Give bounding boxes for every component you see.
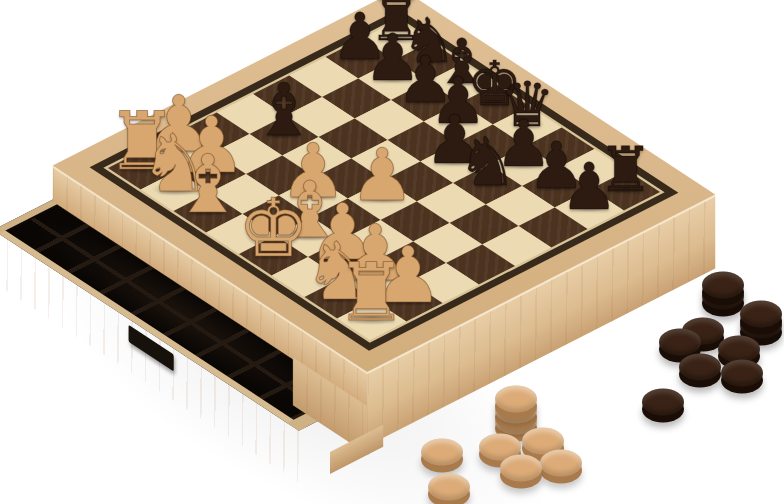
checker-dark-disc	[702, 272, 744, 299]
checker-dark-disc	[679, 354, 721, 381]
piece-white-rook-h1: ♜	[336, 253, 408, 333]
checker-light-disc	[428, 474, 470, 501]
piece-black-knight-f6: ♞	[457, 128, 517, 195]
checker-dark-disc	[721, 360, 763, 387]
piece-black-pawn-h7: ♟	[560, 155, 618, 220]
piece-white-bishop-c1: ♝	[172, 145, 244, 225]
checker-light-disc	[500, 455, 542, 482]
checker-dark-disc	[642, 389, 684, 416]
checker-dark-disc	[740, 301, 782, 328]
checker-dark-disc	[718, 336, 760, 363]
checker-light-disc	[495, 386, 537, 413]
piece-white-king-e1: ♚	[238, 188, 310, 268]
checker-light-disc	[421, 439, 463, 466]
chess-set-product-photo: ♜♞♝♚♛♜♟♟♟♟♟♟♟♟♞♝♟♟♟♟♝♟♟♟♜♞♝♚♞♜	[0, 0, 784, 504]
checker-dark-disc	[659, 329, 701, 356]
checker-light-disc	[540, 450, 582, 477]
